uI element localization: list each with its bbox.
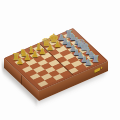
gold-pawn[interactable]: ♟ (54, 40, 63, 49)
gold-pawn[interactable]: ♟ (38, 47, 47, 56)
silver-rook[interactable]: ♜ (91, 54, 101, 64)
gold-pawn[interactable]: ♟ (23, 53, 32, 62)
gold-pawn[interactable]: ♟ (16, 57, 25, 66)
box-hinge-seam-front (21, 75, 22, 85)
gold-pawn[interactable]: ♟ (31, 50, 40, 59)
gold-pawn[interactable]: ♟ (46, 43, 55, 52)
silver-pawn[interactable]: ♟ (84, 58, 93, 67)
chess-set-photo: ♚♛♝♝♞♜♟♟♟♟♟♟♜♞♝♛♚♝♞♜♟♟♟♟♟♟♟♟ (0, 0, 120, 120)
brass-latch-pin (101, 67, 102, 69)
brass-latch-icon[interactable] (94, 67, 100, 73)
